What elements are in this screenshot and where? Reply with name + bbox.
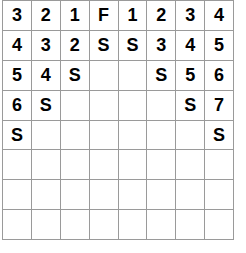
puzzle-grid: 321F1234432SS34554SS566SS7SS <box>2 0 234 240</box>
cell-r3c3: S <box>61 61 89 90</box>
cell-r7c3 <box>61 180 89 209</box>
cell-r2c8: 5 <box>205 31 233 60</box>
cell-r7c7 <box>176 180 204 209</box>
cell-r2c1: 4 <box>3 31 31 60</box>
cell-r2c2: 3 <box>32 31 60 60</box>
cell-r8c8 <box>205 210 233 239</box>
cell-r6c3 <box>61 150 89 179</box>
cell-r3c8: 6 <box>205 61 233 90</box>
cell-r7c5 <box>119 180 147 209</box>
cell-r2c4: S <box>90 31 118 60</box>
board-stage: 321F1234432SS34554SS566SS7SS <box>0 0 246 253</box>
cell-r5c7 <box>176 121 204 150</box>
cell-r3c4 <box>90 61 118 90</box>
cell-r2c7: 4 <box>176 31 204 60</box>
cell-r6c5 <box>119 150 147 179</box>
cell-r8c7 <box>176 210 204 239</box>
cell-r8c6 <box>147 210 175 239</box>
cell-r4c4 <box>90 91 118 120</box>
cell-r5c8: S <box>205 121 233 150</box>
cell-r2c3: 2 <box>61 31 89 60</box>
cell-r7c8 <box>205 180 233 209</box>
cell-r4c7: S <box>176 91 204 120</box>
cell-r1c3: 1 <box>61 1 89 30</box>
cell-r8c5 <box>119 210 147 239</box>
cell-r3c5 <box>119 61 147 90</box>
cell-r5c3 <box>61 121 89 150</box>
cell-r3c1: 5 <box>3 61 31 90</box>
cell-r7c4 <box>90 180 118 209</box>
cell-r5c2 <box>32 121 60 150</box>
cell-r1c2: 2 <box>32 1 60 30</box>
cell-r1c8: 4 <box>205 1 233 30</box>
cell-r4c3 <box>61 91 89 120</box>
cell-r6c6 <box>147 150 175 179</box>
cell-r8c2 <box>32 210 60 239</box>
cell-r1c5: 1 <box>119 1 147 30</box>
cell-r1c4: F <box>90 1 118 30</box>
cell-r1c6: 2 <box>147 1 175 30</box>
cell-r3c6: S <box>147 61 175 90</box>
cell-r4c8: 7 <box>205 91 233 120</box>
cell-r5c1: S <box>3 121 31 150</box>
cell-r6c8 <box>205 150 233 179</box>
cell-r4c5 <box>119 91 147 120</box>
cell-r4c6 <box>147 91 175 120</box>
cell-r7c2 <box>32 180 60 209</box>
cell-r7c1 <box>3 180 31 209</box>
cell-r8c1 <box>3 210 31 239</box>
cell-r7c6 <box>147 180 175 209</box>
cell-r2c5: S <box>119 31 147 60</box>
cell-r5c4 <box>90 121 118 150</box>
cell-r8c3 <box>61 210 89 239</box>
cell-r3c7: 5 <box>176 61 204 90</box>
cell-r6c1 <box>3 150 31 179</box>
cell-r6c7 <box>176 150 204 179</box>
cell-r1c7: 3 <box>176 1 204 30</box>
cell-r4c1: 6 <box>3 91 31 120</box>
cell-r2c6: 3 <box>147 31 175 60</box>
cell-r6c2 <box>32 150 60 179</box>
cell-r5c5 <box>119 121 147 150</box>
cell-r5c6 <box>147 121 175 150</box>
cell-r3c2: 4 <box>32 61 60 90</box>
cell-r8c4 <box>90 210 118 239</box>
cell-r1c1: 3 <box>3 1 31 30</box>
cell-r4c2: S <box>32 91 60 120</box>
cell-r6c4 <box>90 150 118 179</box>
